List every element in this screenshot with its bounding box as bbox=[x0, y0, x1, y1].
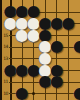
black-stone: ● bbox=[50, 75, 63, 88]
hoshi-point bbox=[32, 92, 35, 95]
black-stone: ● bbox=[73, 87, 80, 100]
row-label: 11 bbox=[2, 79, 9, 84]
black-stone: ● bbox=[62, 17, 75, 30]
row-label: 15 bbox=[2, 33, 9, 38]
row-label: 14 bbox=[2, 44, 9, 49]
black-stone: ● bbox=[73, 40, 80, 53]
go-board[interactable]: 1716151413121110●●●●●●●●●●●●●●●●●●●●●●●●… bbox=[0, 0, 80, 100]
black-stone: ● bbox=[15, 87, 28, 100]
row-label: 10 bbox=[2, 91, 9, 96]
